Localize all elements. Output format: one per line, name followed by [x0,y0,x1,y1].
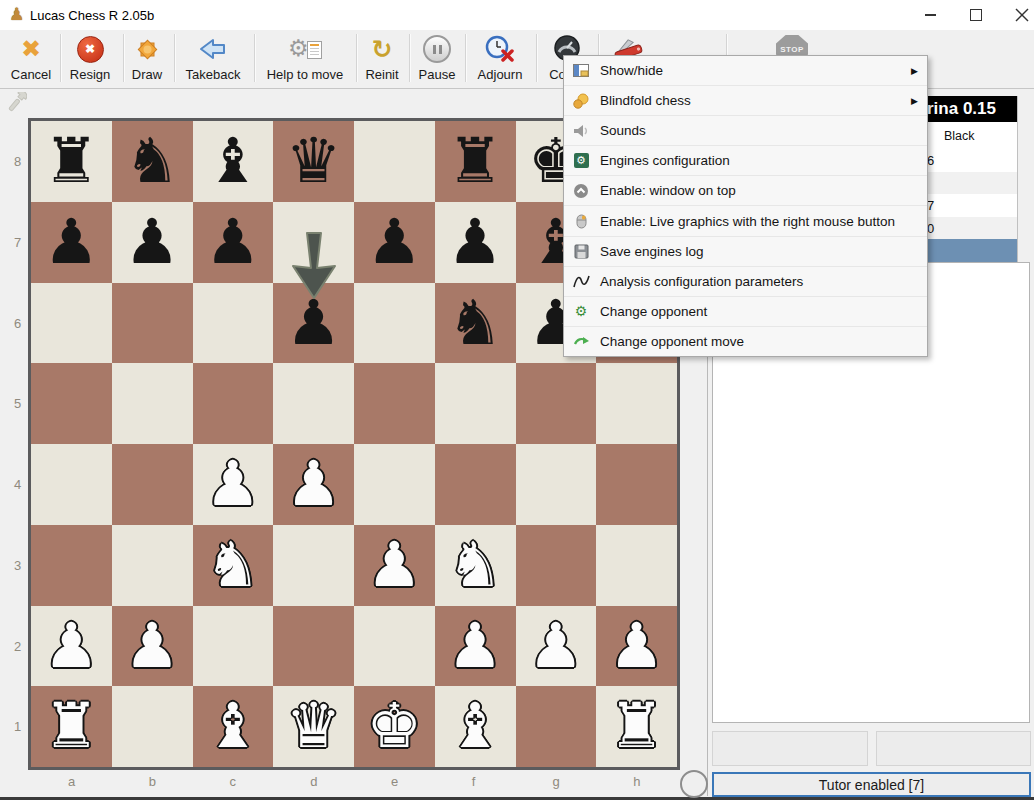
rank-label-2: 2 [14,639,21,654]
square-g3[interactable] [516,525,597,606]
reinit-refresh-icon: ↻ [372,35,393,64]
black-queen-d8[interactable]: ♛ [273,121,354,200]
square-b2[interactable]: ♟ [112,606,193,687]
change-move-arrow-icon [571,332,591,350]
close-icon [1015,8,1029,22]
square-h3[interactable] [596,525,677,606]
square-f3[interactable]: ♞ [435,525,516,606]
menu-item-blindfold-chess[interactable]: Blindfold chess ▶ [564,86,927,116]
square-f4[interactable] [435,444,516,525]
rank-label-4: 4 [14,477,21,492]
move-text: 7 [927,198,934,213]
adjourn-button[interactable]: Adjourn [471,32,529,86]
white-pawn-e3[interactable]: ♟ [354,525,435,604]
square-f7[interactable]: ♟ [435,202,516,283]
help-gear-doc-icon: ⚙ [288,34,322,64]
menu-item-engines-configuration[interactable]: ⚙ Engines configuration [564,146,927,176]
rank-label-8: 8 [14,154,21,169]
cancel-x-icon: ✖ [21,35,41,63]
square-a7[interactable]: ♟ [31,202,112,283]
white-pawn-c4[interactable]: ♟ [193,444,274,523]
square-b1[interactable] [112,686,193,767]
white-pawn-h2[interactable]: ♟ [596,606,677,685]
square-a5[interactable] [31,363,112,444]
black-knight-b8[interactable]: ♞ [112,121,193,200]
close-button[interactable] [999,0,1034,30]
context-menu: Show/hide ▶ Blindfold chess ▶ Sounds ⚙ E… [563,55,928,357]
square-f1[interactable]: ♝ [435,686,516,767]
square-d2[interactable] [273,606,354,687]
info-box-left [712,731,868,766]
square-a4[interactable] [31,444,112,525]
menu-item-save-engines-log[interactable]: Save engines log [564,237,927,267]
square-g2[interactable]: ♟ [516,606,597,687]
window-on-top-icon [571,182,591,200]
black-knight-f6[interactable]: ♞ [435,283,516,362]
file-label-a: a [68,774,75,789]
board-corner-circle [680,770,708,798]
menu-item-change-opponent-move[interactable]: Change opponent move [564,327,927,356]
rank-label-7: 7 [14,235,21,250]
app-chess-piece-icon: ♟ [9,4,24,24]
black-pawn-f7[interactable]: ♟ [435,202,516,281]
menu-item-window-on-top[interactable]: Enable: window on top [564,176,927,206]
square-d6[interactable]: ♟ [273,283,354,364]
white-rook-a1[interactable]: ♜ [31,686,112,765]
square-b4[interactable] [112,444,193,525]
black-rook-a8[interactable]: ♜ [31,121,112,200]
reinit-label: Reinit [359,67,405,82]
square-f8[interactable]: ♜ [435,121,516,202]
save-icon [571,242,591,260]
white-bishop-f1[interactable]: ♝ [435,686,516,765]
square-f6[interactable]: ♞ [435,283,516,364]
title-bar: ♟ Lucas Chess R 2.05b [0,0,1034,31]
white-king-e1[interactable]: ♚ [354,686,435,765]
black-pawn-e7[interactable]: ♟ [354,202,435,281]
square-a3[interactable] [31,525,112,606]
white-pawn-f2[interactable]: ♟ [435,606,516,685]
square-b6[interactable] [112,283,193,364]
square-h2[interactable]: ♟ [596,606,677,687]
menu-label: Show/hide [600,63,663,78]
square-c6[interactable] [193,283,274,364]
minimize-button[interactable] [907,0,953,30]
square-c1[interactable]: ♝ [193,686,274,767]
wrench-icon [5,92,27,114]
black-rook-f8[interactable]: ♜ [435,121,516,200]
takeback-label: Takeback [178,67,248,82]
square-f5[interactable] [435,363,516,444]
app-window: ♟ Lucas Chess R 2.05b ✖ Cancel ✖ Resign [0,0,1034,800]
square-d3[interactable] [273,525,354,606]
square-a8[interactable]: ♜ [31,121,112,202]
square-e2[interactable] [354,606,435,687]
white-rook-h1[interactable]: ♜ [596,686,677,765]
window-title: Lucas Chess R 2.05b [30,8,154,23]
square-b3[interactable] [112,525,193,606]
menu-item-analysis-configuration[interactable]: Analysis configuration parameters [564,267,927,297]
square-d1[interactable]: ♛ [273,686,354,767]
black-pawn-c7[interactable]: ♟ [193,202,274,281]
square-c2[interactable] [193,606,274,687]
analysis-curve-icon [571,272,591,290]
file-label-g: g [553,774,560,789]
resign-button[interactable]: ✖ Resign [64,32,116,86]
file-label-f: f [472,774,476,789]
black-pawn-b7[interactable]: ♟ [112,202,193,281]
rank-label-1: 1 [14,719,21,734]
white-knight-f3[interactable]: ♞ [435,525,516,604]
square-a6[interactable] [31,283,112,364]
submenu-arrow-icon: ▶ [911,96,918,106]
rank-label-5: 5 [14,396,21,411]
file-label-c: c [230,774,237,789]
menu-label: Change opponent move [600,334,744,349]
resign-label: Resign [64,67,116,82]
moves-scrollbar-gutter[interactable] [1017,96,1031,262]
menu-label: Enable: Live graphics with the right mou… [600,214,895,229]
square-c5[interactable] [193,363,274,444]
white-pawn-b2[interactable]: ♟ [112,606,193,685]
square-a1[interactable]: ♜ [31,686,112,767]
square-g5[interactable] [516,363,597,444]
square-e4[interactable] [354,444,435,525]
toolbar-separator [254,34,256,82]
maximize-button[interactable] [953,0,999,30]
black-bishop-c8[interactable]: ♝ [193,121,274,200]
pause-label: Pause [413,67,461,82]
rank-label-6: 6 [14,316,21,331]
pause-circle-icon [423,35,451,63]
menu-label: Blindfold chess [600,93,691,108]
square-e8[interactable] [354,121,435,202]
square-c7[interactable]: ♟ [193,202,274,283]
square-e3[interactable]: ♟ [354,525,435,606]
menu-item-sounds[interactable]: Sounds [564,116,927,146]
opponent-gear-icon: ⚙ [571,302,591,320]
draw-label: Draw [126,67,168,82]
square-h5[interactable] [596,363,677,444]
toolbar-separator [409,34,411,82]
square-c3[interactable]: ♞ [193,525,274,606]
menu-label: Change opponent [600,304,707,319]
white-bishop-c1[interactable]: ♝ [193,686,274,765]
help-to-move-button[interactable]: ⚙ Help to move [259,32,351,86]
tutor-enabled-button[interactable]: Tutor enabled [7] [712,772,1031,797]
white-pawn-d4[interactable]: ♟ [273,444,354,523]
tutor-enabled-label: Tutor enabled [7] [819,777,924,793]
maximize-icon [970,9,982,21]
menu-label: Sounds [600,123,646,138]
menu-label: Enable: window on top [600,183,736,198]
white-knight-c3[interactable]: ♞ [193,525,274,604]
square-e5[interactable] [354,363,435,444]
speaker-icon [571,122,591,140]
square-h4[interactable] [596,444,677,525]
square-d7[interactable] [273,202,354,283]
file-label-d: d [310,774,317,789]
toolbar-separator [465,34,467,82]
square-c8[interactable]: ♝ [193,121,274,202]
draw-star-icon [134,36,161,63]
file-label-h: h [633,774,640,789]
square-d4[interactable]: ♟ [273,444,354,525]
toolbar-separator [356,34,358,82]
square-h1[interactable]: ♜ [596,686,677,767]
info-box-right [876,731,1031,766]
file-label-b: b [149,774,156,789]
white-pawn-a2[interactable]: ♟ [31,606,112,685]
file-label-e: e [391,774,398,789]
rank-label-3: 3 [14,558,21,573]
takeback-arrow-icon [198,37,228,61]
adjourn-clock-icon [485,35,515,63]
move-text: 6 [927,153,934,168]
square-g1[interactable] [516,686,597,767]
help-to-move-label: Help to move [259,67,351,82]
black-pawn-d6[interactable]: ♟ [273,283,354,362]
white-queen-d1[interactable]: ♛ [273,686,354,765]
show-hide-window-icon [571,62,591,80]
square-e6[interactable] [354,283,435,364]
menu-item-change-opponent[interactable]: ⚙ Change opponent [564,297,927,327]
draw-button[interactable]: Draw [126,32,168,86]
square-g4[interactable] [516,444,597,525]
adjourn-label: Adjourn [471,67,529,82]
menu-item-show-hide[interactable]: Show/hide ▶ [564,56,927,86]
white-pawn-g2[interactable]: ♟ [516,606,597,685]
cancel-label: Cancel [7,67,55,82]
toolbar-separator [174,34,176,82]
square-d5[interactable] [273,363,354,444]
mouse-icon [571,212,591,230]
cancel-button[interactable]: ✖ Cancel [7,32,55,86]
toolbar-separator [60,34,62,82]
submenu-arrow-icon: ▶ [911,66,918,76]
square-a2[interactable]: ♟ [31,606,112,687]
square-b5[interactable] [112,363,193,444]
toolbar-separator [536,34,538,82]
menu-label: Engines configuration [600,153,730,168]
resign-red-x-icon: ✖ [77,36,104,63]
minimize-icon [925,14,936,16]
menu-label: Analysis configuration parameters [600,274,803,289]
engine-name-text: rina 0.15 [927,99,996,119]
takeback-button[interactable]: Takeback [178,32,248,86]
menu-item-live-graphics[interactable]: Enable: Live graphics with the right mou… [564,206,927,236]
square-b7[interactable]: ♟ [112,202,193,283]
square-c4[interactable]: ♟ [193,444,274,525]
toolbar-separator [123,34,125,82]
black-pawn-a7[interactable]: ♟ [31,202,112,281]
square-f2[interactable]: ♟ [435,606,516,687]
square-d8[interactable]: ♛ [273,121,354,202]
menu-label: Save engines log [600,244,704,259]
blindfold-icon [571,92,591,110]
pause-button[interactable]: Pause [413,32,461,86]
square-b8[interactable]: ♞ [112,121,193,202]
engine-gear-icon: ⚙ [571,152,591,170]
square-e7[interactable]: ♟ [354,202,435,283]
black-column-header: Black [944,129,975,143]
reinit-button[interactable]: ↻ Reinit [359,32,405,86]
square-e1[interactable]: ♚ [354,686,435,767]
move-text: 0 [927,221,934,236]
